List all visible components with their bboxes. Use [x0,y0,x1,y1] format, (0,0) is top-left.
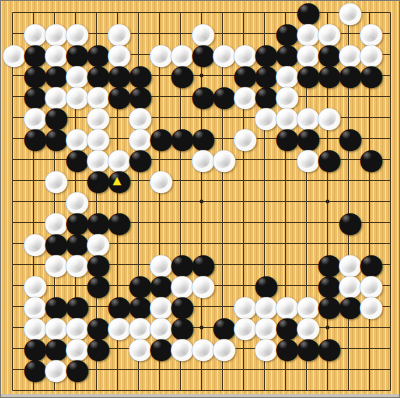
board-point[interactable] [254,212,275,233]
board-point[interactable] [2,107,23,128]
board-point[interactable] [275,191,296,212]
board-point[interactable] [23,191,44,212]
board-point[interactable] [170,212,191,233]
black-stone: ● [317,338,338,359]
board-point[interactable]: ● [44,359,65,380]
board-point[interactable] [296,380,317,398]
board-point[interactable] [128,212,149,233]
board-point[interactable] [2,2,23,23]
board-point[interactable]: ● [212,86,233,107]
board-point[interactable]: ● [359,296,380,317]
board-point[interactable] [380,380,400,398]
black-stone: ● [296,338,317,359]
board-point[interactable] [128,170,149,191]
board-point[interactable] [380,359,400,380]
board-point[interactable] [149,380,170,398]
board-point[interactable] [212,212,233,233]
board-point[interactable]: ● [212,338,233,359]
board-point[interactable]: ● [296,338,317,359]
board-point[interactable] [338,170,359,191]
board-point[interactable] [254,191,275,212]
black-stone: ● [275,128,296,149]
board-point[interactable] [191,380,212,398]
board-point[interactable] [23,380,44,398]
board-point[interactable]: ● [338,212,359,233]
white-stone: ● [359,296,380,317]
board-point[interactable]: ● [359,65,380,86]
board-point[interactable] [233,170,254,191]
board-point[interactable] [2,296,23,317]
board-point[interactable] [233,254,254,275]
board-point[interactable] [170,359,191,380]
board-point[interactable] [212,275,233,296]
board-point[interactable] [254,2,275,23]
board-point[interactable]: ● [296,149,317,170]
board-point[interactable] [380,296,400,317]
board-point[interactable] [170,170,191,191]
board-point[interactable]: ● [23,359,44,380]
board-point[interactable] [149,359,170,380]
board-point[interactable] [338,149,359,170]
board-point[interactable] [275,233,296,254]
board-point[interactable] [359,359,380,380]
white-stone: ● [296,149,317,170]
black-stone: ● [317,65,338,86]
board-point[interactable]: ● [2,44,23,65]
board-point[interactable] [317,170,338,191]
board-point[interactable]: ● [23,233,44,254]
black-stone: ● [275,338,296,359]
board-point[interactable] [317,359,338,380]
board-point[interactable]: ● [233,86,254,107]
board-point[interactable] [296,191,317,212]
black-stone: ● [359,65,380,86]
board-point[interactable] [107,338,128,359]
board-point[interactable] [380,170,400,191]
board-point[interactable] [233,380,254,398]
board-point[interactable] [338,338,359,359]
board-point[interactable] [254,128,275,149]
board-point[interactable] [2,338,23,359]
white-stone: ● [212,44,233,65]
board-point[interactable] [317,212,338,233]
board-point[interactable] [2,380,23,398]
black-stone: ● [149,338,170,359]
board-point[interactable] [2,317,23,338]
board-point[interactable]: ● [170,128,191,149]
white-stone: ● [128,338,149,359]
board-point[interactable] [191,170,212,191]
white-stone: ● [149,170,170,191]
board-point[interactable] [23,149,44,170]
board-point[interactable] [380,212,400,233]
board-point[interactable] [296,254,317,275]
board-point[interactable] [254,149,275,170]
board-point[interactable] [128,233,149,254]
board-point[interactable] [170,2,191,23]
board-point[interactable] [2,86,23,107]
board-point[interactable] [2,149,23,170]
board-point[interactable] [2,254,23,275]
board-point[interactable] [275,359,296,380]
board-point[interactable] [170,191,191,212]
board-point[interactable] [359,317,380,338]
black-stone: ● [170,128,191,149]
black-stone: ● [107,170,128,191]
board-point[interactable] [380,191,400,212]
board-point[interactable] [254,233,275,254]
board-point[interactable] [191,359,212,380]
board-point[interactable] [2,212,23,233]
board-point[interactable]: ● [212,44,233,65]
board-point[interactable]: ● [191,86,212,107]
white-stone: ● [191,338,212,359]
board-point[interactable]: ● [23,128,44,149]
board-point[interactable] [2,359,23,380]
board-point[interactable] [149,191,170,212]
black-stone: ● [212,86,233,107]
board-point[interactable] [380,65,400,86]
board-point[interactable] [170,86,191,107]
white-stone: ● [44,359,65,380]
board-point[interactable] [212,191,233,212]
black-stone: ● [191,86,212,107]
board-point[interactable] [254,380,275,398]
board-point[interactable] [275,149,296,170]
board-point[interactable] [254,170,275,191]
white-stone: ● [233,86,254,107]
board-point[interactable] [317,191,338,212]
go-board: ●●●●●●●●●●●●●●●●●●●●●●●●●●●●●●●●●●●●●●●●… [0,0,400,398]
board-point[interactable]: ● [359,149,380,170]
board-point[interactable] [275,380,296,398]
black-stone: ● [65,359,86,380]
board-point[interactable] [233,359,254,380]
white-stone: ● [23,233,44,254]
black-stone: ● [23,359,44,380]
board-point[interactable] [149,212,170,233]
board-point[interactable] [359,380,380,398]
board-point[interactable] [296,233,317,254]
board-point[interactable] [380,86,400,107]
board-point[interactable]: ● [170,338,191,359]
board-point[interactable]: ● [275,338,296,359]
board-point[interactable] [2,191,23,212]
board-point[interactable] [2,65,23,86]
goban-grid: ●●●●●●●●●●●●●●●●●●●●●●●●●●●●●●●●●●●●●●●●… [1,1,400,398]
board-point[interactable]: ● [317,149,338,170]
board-point[interactable] [128,380,149,398]
white-stone: ● [212,338,233,359]
board-point[interactable] [170,380,191,398]
white-stone: ● [191,149,212,170]
board-point[interactable] [2,170,23,191]
board-point[interactable]: ● [338,296,359,317]
board-point[interactable]: ● [170,65,191,86]
board-point[interactable] [233,2,254,23]
board-point[interactable]: ● [317,65,338,86]
board-point[interactable] [212,359,233,380]
board-point[interactable] [212,380,233,398]
board-point[interactable] [107,380,128,398]
board-point[interactable] [359,338,380,359]
white-stone: ● [44,170,65,191]
white-stone: ● [2,44,23,65]
board-point[interactable] [275,170,296,191]
white-stone: ● [212,149,233,170]
black-stone: ● [359,149,380,170]
board-point[interactable] [359,212,380,233]
black-stone: ● [23,128,44,149]
board-point[interactable]: ● [65,254,86,275]
board-point[interactable] [128,359,149,380]
board-point[interactable] [380,338,400,359]
board-point[interactable]: ● [65,359,86,380]
board-point[interactable] [233,212,254,233]
board-point[interactable] [338,359,359,380]
white-stone: ● [254,338,275,359]
board-point[interactable] [191,191,212,212]
board-point[interactable]: ● [338,65,359,86]
black-stone: ● [317,149,338,170]
board-point[interactable] [380,317,400,338]
board-point[interactable]: ● [191,338,212,359]
white-stone: ● [170,338,191,359]
board-point[interactable]: ● [317,338,338,359]
black-stone: ● [338,65,359,86]
board-point[interactable] [296,170,317,191]
board-point[interactable] [296,212,317,233]
board-point[interactable]: ● [44,128,65,149]
board-point[interactable] [380,149,400,170]
board-point[interactable] [86,380,107,398]
board-point[interactable]: ● [191,149,212,170]
board-point[interactable] [296,359,317,380]
board-point[interactable] [23,170,44,191]
board-point[interactable]: ● [128,338,149,359]
board-point[interactable] [359,170,380,191]
board-point[interactable] [149,2,170,23]
board-point[interactable] [44,380,65,398]
board-point[interactable] [233,149,254,170]
board-point[interactable] [317,380,338,398]
black-stone: ● [338,212,359,233]
black-stone: ● [338,296,359,317]
board-point[interactable] [2,128,23,149]
board-point[interactable] [233,191,254,212]
board-point[interactable]: ● [149,338,170,359]
board-point[interactable] [275,212,296,233]
board-point[interactable]: ● [44,170,65,191]
board-point[interactable] [254,359,275,380]
board-point[interactable]: ● [149,170,170,191]
board-point[interactable] [65,380,86,398]
board-point[interactable] [2,275,23,296]
board-point[interactable] [191,212,212,233]
board-point[interactable] [338,380,359,398]
board-point[interactable] [359,86,380,107]
board-point[interactable] [212,170,233,191]
white-stone: ● [65,254,86,275]
board-point[interactable] [2,233,23,254]
board-point[interactable] [86,359,107,380]
board-point[interactable]: ● [212,149,233,170]
board-point[interactable] [233,233,254,254]
board-point[interactable]: ● [254,338,275,359]
board-point[interactable]: ● [275,128,296,149]
black-stone: ● [170,65,191,86]
board-point[interactable] [380,107,400,128]
black-stone: ● [44,128,65,149]
board-point[interactable] [107,359,128,380]
board-point[interactable] [233,338,254,359]
board-point[interactable]: ●▲ [107,170,128,191]
